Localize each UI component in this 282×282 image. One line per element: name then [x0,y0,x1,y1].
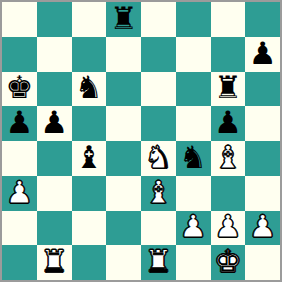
square-g6[interactable]: ♜ [211,72,246,107]
square-d2[interactable] [106,211,141,246]
square-h3[interactable] [245,176,280,211]
square-b6[interactable] [37,72,72,107]
square-e1[interactable]: ♜ [141,245,176,280]
square-e4[interactable]: ♞ [141,141,176,176]
square-d5[interactable] [106,106,141,141]
square-a7[interactable] [2,37,37,72]
black-pawn-h7: ♟ [249,38,277,69]
white-pawn-f2: ♟ [179,211,207,242]
black-knight-c6: ♞ [75,72,103,103]
square-c7[interactable] [72,37,107,72]
white-bishop-g4: ♝ [214,142,242,173]
white-pawn-a3: ♟ [5,177,33,208]
square-g3[interactable] [211,176,246,211]
square-h5[interactable] [245,106,280,141]
square-f8[interactable] [176,2,211,37]
square-h2[interactable]: ♟ [245,211,280,246]
square-b7[interactable] [37,37,72,72]
square-h1[interactable] [245,245,280,280]
square-b4[interactable] [37,141,72,176]
white-bishop-e3: ♝ [144,177,172,208]
square-g4[interactable]: ♝ [211,141,246,176]
square-a3[interactable]: ♟ [2,176,37,211]
black-rook-d8: ♜ [110,3,138,34]
white-pawn-g2: ♟ [214,211,242,242]
white-rook-b1: ♜ [40,246,68,277]
chess-board: ♜♟♚♞♜♟♟♟♝♞♞♝♟♝♟♟♟♜♜♚ [2,2,280,280]
square-h8[interactable] [245,2,280,37]
black-bishop-c4: ♝ [75,142,103,173]
square-f5[interactable] [176,106,211,141]
square-b3[interactable] [37,176,72,211]
square-c2[interactable] [72,211,107,246]
square-d4[interactable] [106,141,141,176]
square-d7[interactable] [106,37,141,72]
square-f1[interactable] [176,245,211,280]
black-pawn-g5: ♟ [214,107,242,138]
square-e8[interactable] [141,2,176,37]
black-rook-g6: ♜ [214,72,242,103]
chess-board-frame: ♜♟♚♞♜♟♟♟♝♞♞♝♟♝♟♟♟♜♜♚ [0,0,282,282]
square-h6[interactable] [245,72,280,107]
square-c4[interactable]: ♝ [72,141,107,176]
square-h7[interactable]: ♟ [245,37,280,72]
square-c8[interactable] [72,2,107,37]
square-a8[interactable] [2,2,37,37]
square-f6[interactable] [176,72,211,107]
square-b8[interactable] [37,2,72,37]
square-d6[interactable] [106,72,141,107]
square-b5[interactable]: ♟ [37,106,72,141]
square-e2[interactable] [141,211,176,246]
square-c3[interactable] [72,176,107,211]
square-g7[interactable] [211,37,246,72]
square-c5[interactable] [72,106,107,141]
square-a5[interactable]: ♟ [2,106,37,141]
white-king-g1: ♚ [214,246,242,277]
square-h4[interactable] [245,141,280,176]
square-a1[interactable] [2,245,37,280]
square-g1[interactable]: ♚ [211,245,246,280]
square-f7[interactable] [176,37,211,72]
white-rook-e1: ♜ [144,246,172,277]
square-g5[interactable]: ♟ [211,106,246,141]
square-e3[interactable]: ♝ [141,176,176,211]
black-pawn-a5: ♟ [5,107,33,138]
square-a6[interactable]: ♚ [2,72,37,107]
square-d1[interactable] [106,245,141,280]
square-e7[interactable] [141,37,176,72]
square-f2[interactable]: ♟ [176,211,211,246]
square-d8[interactable]: ♜ [106,2,141,37]
square-b1[interactable]: ♜ [37,245,72,280]
square-a4[interactable] [2,141,37,176]
square-e5[interactable] [141,106,176,141]
black-pawn-b5: ♟ [40,107,68,138]
square-f4[interactable]: ♞ [176,141,211,176]
square-g2[interactable]: ♟ [211,211,246,246]
black-king-a6: ♚ [5,72,33,103]
square-c6[interactable]: ♞ [72,72,107,107]
square-d3[interactable] [106,176,141,211]
square-b2[interactable] [37,211,72,246]
square-g8[interactable] [211,2,246,37]
square-c1[interactable] [72,245,107,280]
black-knight-f4: ♞ [179,142,207,173]
white-pawn-h2: ♟ [249,211,277,242]
white-knight-e4: ♞ [144,142,172,173]
square-a2[interactable] [2,211,37,246]
square-e6[interactable] [141,72,176,107]
square-f3[interactable] [176,176,211,211]
